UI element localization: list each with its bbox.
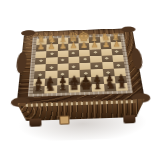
- dark-bishop: ♝: [57, 81, 68, 93]
- square[interactable]: ♞: [104, 83, 117, 91]
- square[interactable]: [68, 63, 79, 70]
- square[interactable]: ♝: [57, 85, 69, 93]
- board-top: ♜♞♝♛♚♝♞♜♟♟♟♟♟♟♟♟♟♟♟♟♟♟♟♟♜♞♝♛♚♝♞♜: [17, 28, 145, 104]
- dark-king: ♚: [79, 77, 93, 93]
- product-photo: ♜♞♝♛♚♝♞♜♟♟♟♟♟♟♟♟♟♟♟♟♟♟♟♟♜♞♝♛♚♝♞♜: [0, 0, 160, 160]
- chess-board: ♜♞♝♛♚♝♞♜♟♟♟♟♟♟♟♟♟♟♟♟♟♟♟♟♜♞♝♛♚♝♞♜: [33, 36, 128, 94]
- carved-edge-ornament: [121, 26, 136, 32]
- square[interactable]: ♜: [115, 83, 128, 91]
- dark-rook: ♜: [34, 83, 44, 94]
- light-pawn: ♟: [37, 43, 45, 52]
- dark-bishop: ♝: [93, 80, 104, 92]
- dark-rook: ♜: [117, 80, 127, 91]
- light-pawn: ♟: [91, 41, 99, 50]
- chess-set: ♜♞♝♛♚♝♞♜♟♟♟♟♟♟♟♟♟♟♟♟♟♟♟♟♜♞♝♛♚♝♞♜: [0, 0, 160, 160]
- square[interactable]: ♚: [80, 84, 92, 92]
- square[interactable]: ♞: [45, 85, 57, 93]
- carved-edge-ornament: [21, 30, 36, 36]
- square[interactable]: ♜: [33, 86, 45, 94]
- dark-knight: ♞: [105, 79, 116, 91]
- light-pawn: ♟: [59, 42, 67, 51]
- carved-edge-ornament: [131, 48, 144, 69]
- right-foot: [123, 115, 135, 123]
- light-pawn: ♟: [48, 42, 56, 51]
- dark-knight: ♞: [45, 81, 56, 93]
- left-foot: [29, 118, 41, 126]
- square[interactable]: ♟: [100, 42, 111, 49]
- light-pawn: ♟: [69, 42, 77, 51]
- light-pawn: ♟: [102, 40, 110, 49]
- square[interactable]: ♟: [111, 42, 123, 49]
- brass-latch: [59, 115, 69, 124]
- light-pawn: ♟: [113, 40, 121, 49]
- carved-edge-ornament: [15, 52, 27, 73]
- square[interactable]: ♟: [57, 44, 68, 51]
- square[interactable]: ♝: [92, 84, 104, 92]
- light-pawn: ♟: [80, 41, 88, 50]
- square[interactable]: ♟: [68, 44, 79, 51]
